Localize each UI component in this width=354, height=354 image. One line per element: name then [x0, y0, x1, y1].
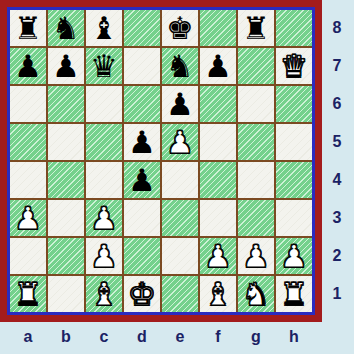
file-label-b: b: [48, 322, 84, 352]
square-a7[interactable]: ♟: [10, 48, 46, 84]
file-labels: abcdefgh: [10, 322, 312, 352]
square-c4[interactable]: [86, 162, 122, 198]
square-g8[interactable]: ♜: [238, 10, 274, 46]
square-g6[interactable]: [238, 86, 274, 122]
piece-white-bishop[interactable]: ♝: [204, 276, 232, 312]
square-g4[interactable]: [238, 162, 274, 198]
square-f5[interactable]: [200, 124, 236, 160]
square-b8[interactable]: ♞: [48, 10, 84, 46]
square-b2[interactable]: [48, 238, 84, 274]
square-d3[interactable]: [124, 200, 160, 236]
piece-black-pawn[interactable]: ♟: [52, 48, 80, 84]
rank-label-4: 4: [322, 162, 352, 198]
rank-labels: 87654321: [322, 10, 352, 312]
square-d7[interactable]: [124, 48, 160, 84]
piece-white-bishop[interactable]: ♝: [90, 276, 118, 312]
rank-label-3: 3: [322, 200, 352, 236]
piece-white-pawn[interactable]: ♟: [280, 238, 308, 274]
piece-black-pawn[interactable]: ♟: [128, 162, 156, 198]
square-c6[interactable]: [86, 86, 122, 122]
rank-label-7: 7: [322, 48, 352, 84]
square-b4[interactable]: [48, 162, 84, 198]
square-f7[interactable]: ♟: [200, 48, 236, 84]
piece-black-bishop[interactable]: ♝: [90, 10, 118, 46]
square-g7[interactable]: [238, 48, 274, 84]
square-d6[interactable]: [124, 86, 160, 122]
square-h2[interactable]: ♟: [276, 238, 312, 274]
piece-black-rook[interactable]: ♜: [242, 10, 270, 46]
rank-label-8: 8: [322, 10, 352, 46]
square-c3[interactable]: ♟: [86, 200, 122, 236]
square-c2[interactable]: ♟: [86, 238, 122, 274]
square-b7[interactable]: ♟: [48, 48, 84, 84]
square-f2[interactable]: ♟: [200, 238, 236, 274]
square-h4[interactable]: [276, 162, 312, 198]
rank-label-1: 1: [322, 276, 352, 312]
piece-white-rook[interactable]: ♜: [280, 276, 308, 312]
square-d5[interactable]: ♟: [124, 124, 160, 160]
piece-black-pawn[interactable]: ♟: [128, 124, 156, 160]
square-d2[interactable]: [124, 238, 160, 274]
square-e1[interactable]: [162, 276, 198, 312]
square-b1[interactable]: [48, 276, 84, 312]
piece-white-pawn[interactable]: ♟: [90, 200, 118, 236]
square-h1[interactable]: ♜: [276, 276, 312, 312]
square-b6[interactable]: [48, 86, 84, 122]
rank-label-5: 5: [322, 124, 352, 160]
square-e5[interactable]: ♟: [162, 124, 198, 160]
square-c8[interactable]: ♝: [86, 10, 122, 46]
square-b5[interactable]: [48, 124, 84, 160]
square-b3[interactable]: [48, 200, 84, 236]
piece-white-queen[interactable]: ♛: [280, 48, 308, 84]
square-g5[interactable]: [238, 124, 274, 160]
piece-white-pawn[interactable]: ♟: [242, 238, 270, 274]
file-label-h: h: [276, 322, 312, 352]
file-label-e: e: [162, 322, 198, 352]
piece-black-pawn[interactable]: ♟: [14, 48, 42, 84]
file-label-f: f: [200, 322, 236, 352]
square-e7[interactable]: ♞: [162, 48, 198, 84]
square-a6[interactable]: [10, 86, 46, 122]
square-f1[interactable]: ♝: [200, 276, 236, 312]
square-g1[interactable]: ♞: [238, 276, 274, 312]
board-frame: ♜♞♝♚♜♟♟♛♞♟♛♟♟♟♟♟♟♟♟♟♟♜♝♚♝♞♜: [0, 0, 322, 322]
chess-app: ♜♞♝♚♜♟♟♛♞♟♛♟♟♟♟♟♟♟♟♟♟♜♝♚♝♞♜ 87654321 abc…: [0, 0, 354, 354]
piece-white-pawn[interactable]: ♟: [90, 238, 118, 274]
square-h6[interactable]: [276, 86, 312, 122]
square-e4[interactable]: [162, 162, 198, 198]
file-label-d: d: [124, 322, 160, 352]
square-e3[interactable]: [162, 200, 198, 236]
square-a3[interactable]: ♟: [10, 200, 46, 236]
piece-white-pawn[interactable]: ♟: [14, 200, 42, 236]
square-g2[interactable]: ♟: [238, 238, 274, 274]
piece-black-knight[interactable]: ♞: [52, 10, 80, 46]
chess-board: ♜♞♝♚♜♟♟♛♞♟♛♟♟♟♟♟♟♟♟♟♟♜♝♚♝♞♜: [10, 10, 312, 312]
square-f4[interactable]: [200, 162, 236, 198]
file-label-g: g: [238, 322, 274, 352]
rank-label-6: 6: [322, 86, 352, 122]
piece-black-knight[interactable]: ♞: [166, 48, 194, 84]
piece-black-queen[interactable]: ♛: [90, 48, 118, 84]
rank-label-2: 2: [322, 238, 352, 274]
square-f6[interactable]: [200, 86, 236, 122]
square-c5[interactable]: [86, 124, 122, 160]
square-a1[interactable]: ♜: [10, 276, 46, 312]
piece-black-pawn[interactable]: ♟: [204, 48, 232, 84]
piece-white-pawn[interactable]: ♟: [204, 238, 232, 274]
square-g3[interactable]: [238, 200, 274, 236]
square-c7[interactable]: ♛: [86, 48, 122, 84]
file-label-a: a: [10, 322, 46, 352]
square-a8[interactable]: ♜: [10, 10, 46, 46]
piece-white-rook[interactable]: ♜: [14, 276, 42, 312]
square-c1[interactable]: ♝: [86, 276, 122, 312]
square-e2[interactable]: [162, 238, 198, 274]
piece-black-pawn[interactable]: ♟: [166, 86, 194, 122]
square-h5[interactable]: [276, 124, 312, 160]
piece-white-pawn[interactable]: ♟: [166, 124, 194, 160]
piece-black-king[interactable]: ♚: [166, 10, 194, 46]
square-e8[interactable]: ♚: [162, 10, 198, 46]
board-inner-border: ♜♞♝♚♜♟♟♛♞♟♛♟♟♟♟♟♟♟♟♟♟♜♝♚♝♞♜: [7, 7, 315, 315]
square-e6[interactable]: ♟: [162, 86, 198, 122]
square-a4[interactable]: [10, 162, 46, 198]
square-h8[interactable]: [276, 10, 312, 46]
square-a5[interactable]: [10, 124, 46, 160]
file-label-c: c: [86, 322, 122, 352]
square-h7[interactable]: ♛: [276, 48, 312, 84]
square-f3[interactable]: [200, 200, 236, 236]
square-d1[interactable]: ♚: [124, 276, 160, 312]
piece-white-king[interactable]: ♚: [128, 276, 156, 312]
square-d4[interactable]: ♟: [124, 162, 160, 198]
square-f8[interactable]: [200, 10, 236, 46]
square-a2[interactable]: [10, 238, 46, 274]
square-h3[interactable]: [276, 200, 312, 236]
square-d8[interactable]: [124, 10, 160, 46]
piece-white-knight[interactable]: ♞: [242, 276, 270, 312]
piece-black-rook[interactable]: ♜: [14, 10, 42, 46]
